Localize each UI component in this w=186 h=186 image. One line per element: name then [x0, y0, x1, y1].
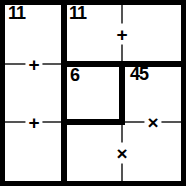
cage-border-horizontal-middle	[61, 119, 125, 125]
times-operator-icon: ×	[113, 143, 130, 164]
cage-border-vertical-middle	[119, 61, 125, 125]
plus-operator-icon: +	[113, 24, 130, 45]
plus-operator-icon: +	[25, 112, 42, 133]
times-operator-icon: ×	[144, 112, 161, 133]
cage-clue-6-center: 6	[70, 66, 79, 84]
cage-clue-11-left-column: 11	[8, 4, 25, 22]
cage-clue-45-right: 45	[130, 65, 148, 83]
plus-operator-icon: +	[25, 54, 42, 75]
calcudoku-board: 11 11 6 45 + + + × ×	[0, 0, 186, 186]
cage-border-vertical-left	[61, 5, 67, 181]
cell-r0c2[interactable]	[122, 5, 181, 64]
board-inner: 11 11 6 45 + + + × ×	[5, 5, 181, 181]
cage-clue-11-top-row: 11	[69, 4, 86, 22]
